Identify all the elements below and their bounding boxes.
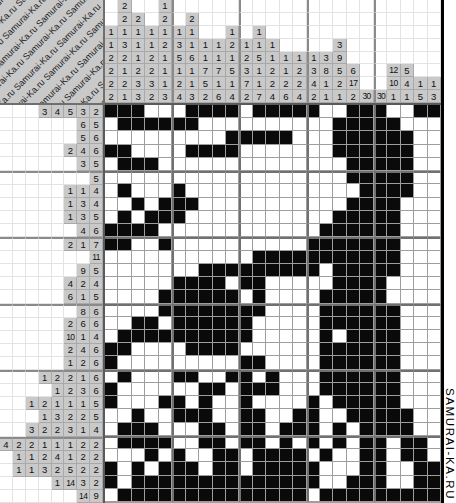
grid-cell[interactable]	[414, 131, 427, 144]
grid-cell[interactable]	[347, 304, 360, 317]
grid-cell[interactable]	[428, 277, 441, 290]
grid-cell[interactable]	[132, 383, 145, 396]
grid-cell[interactable]	[253, 476, 266, 489]
grid-cell[interactable]	[320, 251, 333, 264]
grid-cell[interactable]	[132, 158, 145, 171]
grid-cell[interactable]	[428, 171, 441, 184]
grid-cell[interactable]	[199, 237, 212, 250]
grid-cell[interactable]	[213, 370, 226, 383]
grid-cell[interactable]	[320, 304, 333, 317]
grid-cell[interactable]	[280, 211, 293, 224]
grid-cell[interactable]	[374, 184, 387, 197]
grid-cell[interactable]	[172, 211, 185, 224]
grid-cell[interactable]	[347, 436, 360, 449]
grid-cell[interactable]	[213, 131, 226, 144]
grid-cell[interactable]	[118, 198, 131, 211]
grid-cell[interactable]	[333, 449, 346, 462]
grid-cell[interactable]	[186, 158, 199, 171]
grid-cell[interactable]	[401, 131, 414, 144]
grid-cell[interactable]	[132, 330, 145, 343]
grid-cell[interactable]	[428, 251, 441, 264]
grid-cell[interactable]	[428, 304, 441, 317]
grid-cell[interactable]	[118, 171, 131, 184]
grid-cell[interactable]	[293, 436, 306, 449]
grid-cell[interactable]	[401, 423, 414, 436]
grid-cell[interactable]	[293, 224, 306, 237]
grid-cell[interactable]	[428, 383, 441, 396]
grid-cell[interactable]	[105, 423, 118, 436]
grid-cell[interactable]	[253, 251, 266, 264]
grid-cell[interactable]	[280, 423, 293, 436]
grid-cell[interactable]	[199, 330, 212, 343]
grid-cell[interactable]	[307, 356, 320, 369]
grid-cell[interactable]	[374, 198, 387, 211]
grid-cell[interactable]	[253, 277, 266, 290]
grid-cell[interactable]	[333, 211, 346, 224]
grid-cell[interactable]	[280, 476, 293, 489]
grid-cell[interactable]	[374, 171, 387, 184]
grid-cell[interactable]	[199, 251, 212, 264]
grid-cell[interactable]	[320, 264, 333, 277]
grid-cell[interactable]	[401, 396, 414, 409]
grid-cell[interactable]	[105, 356, 118, 369]
grid-cell[interactable]	[266, 277, 279, 290]
grid-cell[interactable]	[320, 343, 333, 356]
grid-cell[interactable]	[428, 409, 441, 422]
grid-cell[interactable]	[172, 489, 185, 502]
grid-cell[interactable]	[374, 370, 387, 383]
grid-cell[interactable]	[226, 356, 239, 369]
grid-cell[interactable]	[118, 224, 131, 237]
grid-cell[interactable]	[307, 184, 320, 197]
grid-cell[interactable]	[333, 224, 346, 237]
grid-cell[interactable]	[428, 356, 441, 369]
grid-cell[interactable]	[132, 476, 145, 489]
grid-cell[interactable]	[105, 449, 118, 462]
grid-cell[interactable]	[172, 356, 185, 369]
grid-cell[interactable]	[387, 251, 400, 264]
grid-cell[interactable]	[172, 171, 185, 184]
grid-cell[interactable]	[347, 290, 360, 303]
grid-cell[interactable]	[280, 436, 293, 449]
grid-cell[interactable]	[387, 489, 400, 502]
grid-cell[interactable]	[145, 105, 158, 118]
grid-cell[interactable]	[132, 145, 145, 158]
grid-cell[interactable]	[333, 396, 346, 409]
grid-cell[interactable]	[333, 184, 346, 197]
grid-cell[interactable]	[307, 396, 320, 409]
grid-cell[interactable]	[360, 436, 373, 449]
grid-cell[interactable]	[347, 211, 360, 224]
grid-cell[interactable]	[266, 370, 279, 383]
grid-cell[interactable]	[239, 356, 252, 369]
grid-cell[interactable]	[253, 489, 266, 502]
grid-cell[interactable]	[428, 489, 441, 502]
grid-cell[interactable]	[374, 409, 387, 422]
grid-cell[interactable]	[213, 489, 226, 502]
grid-cell[interactable]	[213, 330, 226, 343]
grid-cell[interactable]	[320, 409, 333, 422]
grid-cell[interactable]	[172, 158, 185, 171]
grid-cell[interactable]	[293, 489, 306, 502]
grid-cell[interactable]	[266, 184, 279, 197]
grid-cell[interactable]	[213, 171, 226, 184]
grid-cell[interactable]	[186, 211, 199, 224]
grid-cell[interactable]	[239, 330, 252, 343]
grid-cell[interactable]	[401, 436, 414, 449]
grid-cell[interactable]	[428, 198, 441, 211]
grid-cell[interactable]	[307, 423, 320, 436]
grid-cell[interactable]	[414, 277, 427, 290]
grid-cell[interactable]	[172, 436, 185, 449]
grid-cell[interactable]	[360, 184, 373, 197]
grid-cell[interactable]	[118, 396, 131, 409]
grid-cell[interactable]	[387, 198, 400, 211]
grid-cell[interactable]	[401, 251, 414, 264]
grid-cell[interactable]	[159, 356, 172, 369]
grid-cell[interactable]	[105, 198, 118, 211]
grid-cell[interactable]	[428, 476, 441, 489]
grid-cell[interactable]	[145, 290, 158, 303]
grid-cell[interactable]	[132, 489, 145, 502]
grid-cell[interactable]	[145, 198, 158, 211]
grid-cell[interactable]	[186, 462, 199, 475]
grid-cell[interactable]	[428, 264, 441, 277]
grid-cell[interactable]	[266, 489, 279, 502]
grid-cell[interactable]	[186, 423, 199, 436]
grid-cell[interactable]	[213, 211, 226, 224]
grid-cell[interactable]	[105, 171, 118, 184]
grid-cell[interactable]	[213, 423, 226, 436]
grid-cell[interactable]	[199, 264, 212, 277]
grid-cell[interactable]	[401, 145, 414, 158]
grid-cell[interactable]	[347, 198, 360, 211]
grid-cell[interactable]	[213, 343, 226, 356]
grid-cell[interactable]	[428, 396, 441, 409]
grid-cell[interactable]	[172, 264, 185, 277]
grid-cell[interactable]	[199, 277, 212, 290]
grid-cell[interactable]	[387, 158, 400, 171]
grid-cell[interactable]	[239, 105, 252, 118]
grid-cell[interactable]	[347, 423, 360, 436]
grid-cell[interactable]	[360, 383, 373, 396]
grid-cell[interactable]	[132, 251, 145, 264]
grid-cell[interactable]	[414, 396, 427, 409]
grid-cell[interactable]	[347, 277, 360, 290]
grid-cell[interactable]	[159, 383, 172, 396]
grid-cell[interactable]	[266, 290, 279, 303]
grid-cell[interactable]	[307, 489, 320, 502]
grid-cell[interactable]	[118, 317, 131, 330]
grid-cell[interactable]	[428, 423, 441, 436]
grid-cell[interactable]	[293, 317, 306, 330]
grid-cell[interactable]	[280, 184, 293, 197]
grid-cell[interactable]	[320, 489, 333, 502]
grid-cell[interactable]	[414, 145, 427, 158]
grid-cell[interactable]	[387, 317, 400, 330]
grid-cell[interactable]	[401, 158, 414, 171]
grid-cell[interactable]	[226, 118, 239, 131]
grid-cell[interactable]	[132, 436, 145, 449]
grid-cell[interactable]	[428, 436, 441, 449]
grid-cell[interactable]	[414, 436, 427, 449]
grid-cell[interactable]	[145, 356, 158, 369]
grid-cell[interactable]	[186, 171, 199, 184]
grid-cell[interactable]	[145, 145, 158, 158]
grid-cell[interactable]	[266, 264, 279, 277]
grid-cell[interactable]	[347, 264, 360, 277]
grid-cell[interactable]	[199, 184, 212, 197]
grid-cell[interactable]	[266, 383, 279, 396]
grid-cell[interactable]	[293, 409, 306, 422]
grid-cell[interactable]	[428, 330, 441, 343]
grid-cell[interactable]	[280, 409, 293, 422]
grid-cell[interactable]	[307, 277, 320, 290]
grid-cell[interactable]	[307, 290, 320, 303]
grid-cell[interactable]	[374, 489, 387, 502]
grid-cell[interactable]	[320, 462, 333, 475]
grid-cell[interactable]	[118, 356, 131, 369]
grid-cell[interactable]	[213, 436, 226, 449]
grid-cell[interactable]	[253, 211, 266, 224]
grid-cell[interactable]	[374, 118, 387, 131]
grid-cell[interactable]	[105, 224, 118, 237]
grid-cell[interactable]	[347, 237, 360, 250]
grid-cell[interactable]	[226, 198, 239, 211]
grid-cell[interactable]	[414, 251, 427, 264]
grid-cell[interactable]	[307, 330, 320, 343]
grid-cell[interactable]	[172, 304, 185, 317]
grid-cell[interactable]	[266, 171, 279, 184]
grid-cell[interactable]	[347, 184, 360, 197]
grid-cell[interactable]	[159, 251, 172, 264]
grid-cell[interactable]	[347, 462, 360, 475]
grid-cell[interactable]	[226, 251, 239, 264]
grid-cell[interactable]	[414, 356, 427, 369]
grid-cell[interactable]	[118, 264, 131, 277]
grid-cell[interactable]	[118, 330, 131, 343]
grid-cell[interactable]	[266, 211, 279, 224]
grid-cell[interactable]	[105, 158, 118, 171]
grid-cell[interactable]	[253, 436, 266, 449]
grid-cell[interactable]	[186, 476, 199, 489]
grid-cell[interactable]	[253, 290, 266, 303]
grid-cell[interactable]	[333, 145, 346, 158]
grid-cell[interactable]	[428, 449, 441, 462]
grid-cell[interactable]	[293, 264, 306, 277]
grid-cell[interactable]	[280, 131, 293, 144]
grid-cell[interactable]	[199, 409, 212, 422]
grid-cell[interactable]	[333, 304, 346, 317]
grid-cell[interactable]	[401, 409, 414, 422]
grid-cell[interactable]	[226, 158, 239, 171]
grid-cell[interactable]	[374, 304, 387, 317]
grid-cell[interactable]	[145, 317, 158, 330]
grid-cell[interactable]	[105, 211, 118, 224]
grid-cell[interactable]	[213, 304, 226, 317]
grid-cell[interactable]	[266, 304, 279, 317]
grid-cell[interactable]	[105, 462, 118, 475]
grid-cell[interactable]	[401, 211, 414, 224]
grid-cell[interactable]	[293, 462, 306, 475]
grid-cell[interactable]	[387, 436, 400, 449]
grid-cell[interactable]	[401, 118, 414, 131]
grid-cell[interactable]	[213, 251, 226, 264]
grid-cell[interactable]	[145, 277, 158, 290]
grid-cell[interactable]	[199, 131, 212, 144]
grid-cell[interactable]	[374, 277, 387, 290]
grid-cell[interactable]	[428, 343, 441, 356]
grid-cell[interactable]	[360, 211, 373, 224]
grid-cell[interactable]	[186, 198, 199, 211]
grid-cell[interactable]	[307, 251, 320, 264]
grid-cell[interactable]	[118, 118, 131, 131]
grid-cell[interactable]	[213, 290, 226, 303]
grid-cell[interactable]	[105, 317, 118, 330]
grid-cell[interactable]	[105, 237, 118, 250]
grid-cell[interactable]	[186, 145, 199, 158]
grid-cell[interactable]	[333, 131, 346, 144]
grid-cell[interactable]	[347, 330, 360, 343]
grid-cell[interactable]	[105, 343, 118, 356]
grid-cell[interactable]	[280, 251, 293, 264]
grid-cell[interactable]	[145, 370, 158, 383]
grid-cell[interactable]	[118, 105, 131, 118]
grid-cell[interactable]	[226, 171, 239, 184]
grid-cell[interactable]	[280, 237, 293, 250]
grid-cell[interactable]	[414, 198, 427, 211]
grid-cell[interactable]	[266, 436, 279, 449]
grid-cell[interactable]	[293, 343, 306, 356]
grid-cell[interactable]	[145, 184, 158, 197]
grid-cell[interactable]	[132, 264, 145, 277]
grid-cell[interactable]	[159, 158, 172, 171]
grid-cell[interactable]	[360, 489, 373, 502]
grid-cell[interactable]	[105, 105, 118, 118]
grid-cell[interactable]	[213, 449, 226, 462]
grid-cell[interactable]	[387, 304, 400, 317]
grid-cell[interactable]	[172, 105, 185, 118]
grid-cell[interactable]	[374, 330, 387, 343]
grid-cell[interactable]	[226, 370, 239, 383]
grid-cell[interactable]	[253, 356, 266, 369]
grid-cell[interactable]	[414, 158, 427, 171]
grid-cell[interactable]	[132, 224, 145, 237]
grid-cell[interactable]	[360, 290, 373, 303]
grid-cell[interactable]	[132, 423, 145, 436]
grid-cell[interactable]	[360, 343, 373, 356]
grid-cell[interactable]	[226, 184, 239, 197]
grid-cell[interactable]	[428, 118, 441, 131]
grid-cell[interactable]	[159, 198, 172, 211]
grid-cell[interactable]	[387, 224, 400, 237]
grid-cell[interactable]	[414, 383, 427, 396]
grid-cell[interactable]	[360, 317, 373, 330]
grid-cell[interactable]	[132, 409, 145, 422]
grid-cell[interactable]	[307, 317, 320, 330]
grid-cell[interactable]	[293, 118, 306, 131]
grid-cell[interactable]	[159, 264, 172, 277]
grid-cell[interactable]	[199, 436, 212, 449]
grid-cell[interactable]	[333, 251, 346, 264]
grid-cell[interactable]	[414, 184, 427, 197]
grid-cell[interactable]	[145, 251, 158, 264]
grid-cell[interactable]	[293, 370, 306, 383]
grid-cell[interactable]	[428, 370, 441, 383]
grid-cell[interactable]	[159, 290, 172, 303]
grid-cell[interactable]	[293, 476, 306, 489]
grid-cell[interactable]	[333, 476, 346, 489]
grid-cell[interactable]	[118, 304, 131, 317]
grid-cell[interactable]	[186, 370, 199, 383]
grid-cell[interactable]	[347, 105, 360, 118]
grid-cell[interactable]	[145, 462, 158, 475]
grid-cell[interactable]	[293, 290, 306, 303]
grid-cell[interactable]	[387, 145, 400, 158]
grid-cell[interactable]	[159, 409, 172, 422]
grid-cell[interactable]	[266, 105, 279, 118]
grid-cell[interactable]	[239, 264, 252, 277]
grid-cell[interactable]	[320, 184, 333, 197]
grid-cell[interactable]	[347, 476, 360, 489]
grid-cell[interactable]	[293, 396, 306, 409]
grid-cell[interactable]	[266, 356, 279, 369]
grid-cell[interactable]	[347, 383, 360, 396]
grid-cell[interactable]	[226, 304, 239, 317]
grid-cell[interactable]	[118, 370, 131, 383]
grid-cell[interactable]	[360, 462, 373, 475]
grid-cell[interactable]	[320, 131, 333, 144]
grid-cell[interactable]	[374, 436, 387, 449]
grid-cell[interactable]	[293, 356, 306, 369]
grid-cell[interactable]	[105, 489, 118, 502]
grid-cell[interactable]	[199, 290, 212, 303]
grid-cell[interactable]	[239, 237, 252, 250]
grid-cell[interactable]	[239, 131, 252, 144]
grid-cell[interactable]	[360, 224, 373, 237]
grid-cell[interactable]	[186, 184, 199, 197]
grid-cell[interactable]	[159, 224, 172, 237]
grid-cell[interactable]	[253, 198, 266, 211]
grid-cell[interactable]	[239, 343, 252, 356]
grid-cell[interactable]	[387, 290, 400, 303]
grid-cell[interactable]	[226, 290, 239, 303]
grid-cell[interactable]	[387, 105, 400, 118]
grid-cell[interactable]	[293, 171, 306, 184]
grid-cell[interactable]	[320, 277, 333, 290]
grid-cell[interactable]	[333, 343, 346, 356]
grid-cell[interactable]	[239, 317, 252, 330]
grid-cell[interactable]	[347, 489, 360, 502]
grid-cell[interactable]	[333, 237, 346, 250]
grid-cell[interactable]	[145, 423, 158, 436]
grid-cell[interactable]	[118, 290, 131, 303]
grid-cell[interactable]	[105, 396, 118, 409]
grid-cell[interactable]	[172, 237, 185, 250]
grid-cell[interactable]	[226, 264, 239, 277]
grid-cell[interactable]	[213, 356, 226, 369]
grid-cell[interactable]	[186, 277, 199, 290]
grid-cell[interactable]	[266, 224, 279, 237]
grid-cell[interactable]	[360, 423, 373, 436]
grid-cell[interactable]	[226, 237, 239, 250]
grid-cell[interactable]	[360, 476, 373, 489]
grid-cell[interactable]	[387, 383, 400, 396]
grid-cell[interactable]	[428, 131, 441, 144]
grid-cell[interactable]	[159, 462, 172, 475]
grid-cell[interactable]	[132, 396, 145, 409]
grid-cell[interactable]	[226, 436, 239, 449]
